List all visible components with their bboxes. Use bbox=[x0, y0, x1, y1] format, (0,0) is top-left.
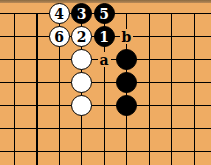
intersection bbox=[70, 94, 93, 117]
intersection bbox=[138, 140, 161, 163]
intersection bbox=[48, 94, 71, 117]
intersection bbox=[115, 94, 138, 117]
intersection bbox=[138, 71, 161, 94]
move-number: 3 bbox=[77, 6, 87, 20]
intersection bbox=[183, 71, 206, 94]
intersection bbox=[3, 117, 26, 140]
intersection bbox=[160, 25, 183, 48]
intersection bbox=[25, 117, 48, 140]
intersection bbox=[3, 71, 26, 94]
intersection bbox=[160, 2, 183, 25]
board-grid: 435621ba bbox=[3, 2, 206, 163]
move-number: 1 bbox=[99, 29, 109, 43]
intersection: 4 bbox=[48, 2, 71, 25]
intersection: 2 bbox=[70, 25, 93, 48]
intersection: b bbox=[115, 25, 138, 48]
white-stone bbox=[71, 49, 92, 70]
intersection bbox=[115, 2, 138, 25]
intersection bbox=[93, 140, 116, 163]
intersection bbox=[183, 140, 206, 163]
intersection bbox=[93, 71, 116, 94]
intersection bbox=[25, 140, 48, 163]
go-diagram: 435621ba bbox=[0, 0, 211, 165]
intersection bbox=[48, 48, 71, 71]
intersection bbox=[3, 48, 26, 71]
intersection bbox=[48, 140, 71, 163]
intersection bbox=[3, 25, 26, 48]
intersection bbox=[160, 140, 183, 163]
intersection bbox=[3, 94, 26, 117]
intersection bbox=[183, 2, 206, 25]
intersection: a bbox=[93, 48, 116, 71]
intersection bbox=[115, 48, 138, 71]
intersection bbox=[25, 2, 48, 25]
intersection bbox=[70, 71, 93, 94]
point-label: b bbox=[120, 29, 133, 44]
intersection bbox=[138, 94, 161, 117]
white-stone bbox=[71, 95, 92, 116]
move-number: 6 bbox=[54, 29, 64, 43]
white-stone: 4 bbox=[49, 3, 70, 24]
intersection bbox=[138, 48, 161, 71]
intersection bbox=[25, 25, 48, 48]
intersection bbox=[160, 94, 183, 117]
move-number: 4 bbox=[54, 6, 64, 20]
black-stone: 3 bbox=[71, 3, 92, 24]
white-stone: 2 bbox=[71, 26, 92, 47]
intersection bbox=[3, 140, 26, 163]
intersection: 5 bbox=[93, 2, 116, 25]
move-number: 2 bbox=[77, 29, 87, 43]
intersection bbox=[183, 25, 206, 48]
intersection bbox=[70, 140, 93, 163]
intersection: 3 bbox=[70, 2, 93, 25]
intersection bbox=[70, 48, 93, 71]
black-stone bbox=[116, 95, 137, 116]
black-stone: 5 bbox=[94, 3, 115, 24]
intersection bbox=[3, 2, 26, 25]
white-stone: 6 bbox=[49, 26, 70, 47]
black-stone bbox=[116, 49, 137, 70]
intersection: 1 bbox=[93, 25, 116, 48]
intersection bbox=[25, 94, 48, 117]
intersection: 6 bbox=[48, 25, 71, 48]
intersection bbox=[48, 117, 71, 140]
intersection bbox=[93, 117, 116, 140]
intersection bbox=[48, 71, 71, 94]
intersection bbox=[70, 117, 93, 140]
intersection bbox=[160, 117, 183, 140]
intersection bbox=[138, 25, 161, 48]
intersection bbox=[160, 48, 183, 71]
intersection bbox=[115, 140, 138, 163]
intersection bbox=[138, 2, 161, 25]
point-label: a bbox=[98, 52, 111, 67]
intersection bbox=[183, 94, 206, 117]
white-stone bbox=[71, 72, 92, 93]
intersection bbox=[138, 117, 161, 140]
intersection bbox=[115, 117, 138, 140]
intersection bbox=[183, 48, 206, 71]
intersection bbox=[183, 117, 206, 140]
intersection bbox=[93, 94, 116, 117]
intersection bbox=[25, 71, 48, 94]
move-number: 5 bbox=[99, 6, 109, 20]
intersection bbox=[160, 71, 183, 94]
intersection bbox=[25, 48, 48, 71]
black-stone: 1 bbox=[94, 26, 115, 47]
intersection bbox=[115, 71, 138, 94]
black-stone bbox=[116, 72, 137, 93]
